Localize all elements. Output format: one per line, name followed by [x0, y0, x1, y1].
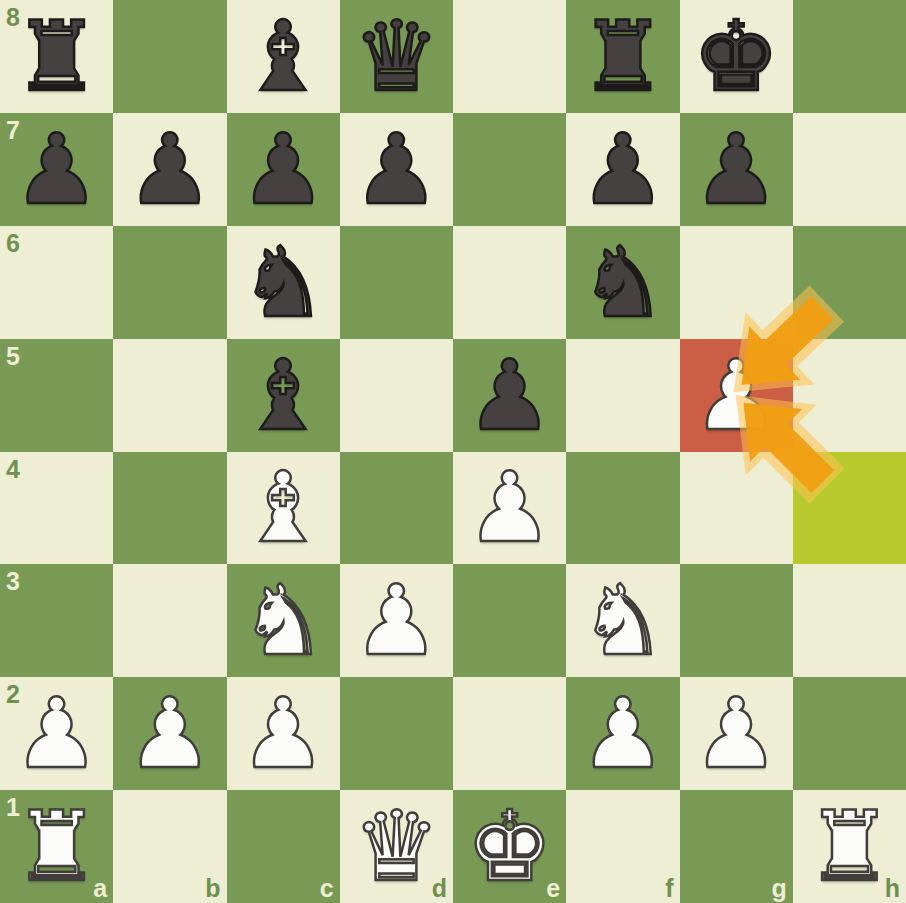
square-d4[interactable] [340, 452, 453, 565]
piece-white-bishop[interactable]: ♝ [227, 452, 340, 565]
square-d8[interactable]: ♛ [340, 0, 453, 113]
piece-black-knight[interactable]: ♞ [566, 226, 679, 339]
piece-white-pawn[interactable]: ♟ [340, 564, 453, 677]
piece-white-pawn[interactable]: ♟ [453, 452, 566, 565]
chess-board: 8♜♝♛♜♚7♟♟♟♟♟♟6♞♞5♝♟♟4♝♟3♞♟♞2♟♟♟♟♟1a♜bcd♛… [0, 0, 906, 903]
file-label-c: c [320, 876, 334, 901]
piece-black-bishop[interactable]: ♝ [227, 0, 340, 113]
square-f3[interactable]: ♞ [566, 564, 679, 677]
square-c3[interactable]: ♞ [227, 564, 340, 677]
square-c7[interactable]: ♟ [227, 113, 340, 226]
square-e5[interactable]: ♟ [453, 339, 566, 452]
square-a1[interactable]: 1a♜ [0, 790, 113, 903]
square-a7[interactable]: 7♟ [0, 113, 113, 226]
piece-black-bishop[interactable]: ♝ [227, 339, 340, 452]
square-d5[interactable] [340, 339, 453, 452]
piece-black-pawn[interactable]: ♟ [566, 113, 679, 226]
square-a6[interactable]: 6 [0, 226, 113, 339]
rank-label-5: 5 [6, 344, 20, 369]
square-e2[interactable] [453, 677, 566, 790]
square-d3[interactable]: ♟ [340, 564, 453, 677]
square-a8[interactable]: 8♜ [0, 0, 113, 113]
piece-white-pawn[interactable]: ♟ [566, 677, 679, 790]
square-g8[interactable]: ♚ [680, 0, 793, 113]
square-e8[interactable] [453, 0, 566, 113]
piece-black-pawn[interactable]: ♟ [113, 113, 226, 226]
square-f6[interactable]: ♞ [566, 226, 679, 339]
piece-white-knight[interactable]: ♞ [566, 564, 679, 677]
file-label-f: f [665, 876, 673, 901]
square-b5[interactable] [113, 339, 226, 452]
square-c8[interactable]: ♝ [227, 0, 340, 113]
piece-black-king[interactable]: ♚ [680, 0, 793, 113]
square-a5[interactable]: 5 [0, 339, 113, 452]
piece-black-pawn[interactable]: ♟ [227, 113, 340, 226]
rank-label-3: 3 [6, 569, 20, 594]
square-h4[interactable] [793, 452, 906, 565]
square-b8[interactable] [113, 0, 226, 113]
file-label-g: g [771, 876, 786, 901]
square-g2[interactable]: ♟ [680, 677, 793, 790]
square-e6[interactable] [453, 226, 566, 339]
square-e4[interactable]: ♟ [453, 452, 566, 565]
piece-white-pawn[interactable]: ♟ [113, 677, 226, 790]
square-f4[interactable] [566, 452, 679, 565]
square-e7[interactable] [453, 113, 566, 226]
piece-white-pawn[interactable]: ♟ [227, 677, 340, 790]
square-d2[interactable] [340, 677, 453, 790]
piece-black-rook[interactable]: ♜ [566, 0, 679, 113]
square-b7[interactable]: ♟ [113, 113, 226, 226]
piece-black-knight[interactable]: ♞ [227, 226, 340, 339]
square-e3[interactable] [453, 564, 566, 677]
file-label-d: d [432, 876, 447, 901]
rank-label-7: 7 [6, 118, 20, 143]
rank-label-8: 8 [6, 5, 20, 30]
square-g1[interactable]: g [680, 790, 793, 903]
rank-label-4: 4 [6, 457, 20, 482]
piece-white-pawn[interactable]: ♟ [680, 677, 793, 790]
square-g7[interactable]: ♟ [680, 113, 793, 226]
square-h6[interactable] [793, 226, 906, 339]
square-d6[interactable] [340, 226, 453, 339]
file-label-a: a [93, 876, 107, 901]
square-d1[interactable]: d♛ [340, 790, 453, 903]
square-b2[interactable]: ♟ [113, 677, 226, 790]
square-a3[interactable]: 3 [0, 564, 113, 677]
square-b1[interactable]: b [113, 790, 226, 903]
piece-white-knight[interactable]: ♞ [227, 564, 340, 677]
rank-label-2: 2 [6, 682, 20, 707]
square-d7[interactable]: ♟ [340, 113, 453, 226]
square-b6[interactable] [113, 226, 226, 339]
square-g3[interactable] [680, 564, 793, 677]
square-c5[interactable]: ♝ [227, 339, 340, 452]
square-b4[interactable] [113, 452, 226, 565]
piece-white-pawn[interactable]: ♟ [680, 339, 793, 452]
file-label-b: b [205, 876, 220, 901]
rank-label-1: 1 [6, 795, 20, 820]
square-b3[interactable] [113, 564, 226, 677]
file-label-e: e [546, 876, 560, 901]
square-h1[interactable]: h♜ [793, 790, 906, 903]
square-a4[interactable]: 4 [0, 452, 113, 565]
square-f1[interactable]: f [566, 790, 679, 903]
square-g4[interactable] [680, 452, 793, 565]
square-h2[interactable] [793, 677, 906, 790]
square-f7[interactable]: ♟ [566, 113, 679, 226]
square-c6[interactable]: ♞ [227, 226, 340, 339]
square-f2[interactable]: ♟ [566, 677, 679, 790]
square-f5[interactable] [566, 339, 679, 452]
square-g5[interactable]: ♟ [680, 339, 793, 452]
square-h5[interactable] [793, 339, 906, 452]
square-h8[interactable] [793, 0, 906, 113]
square-h3[interactable] [793, 564, 906, 677]
file-label-h: h [885, 876, 900, 901]
square-h7[interactable] [793, 113, 906, 226]
square-c1[interactable]: c [227, 790, 340, 903]
square-c4[interactable]: ♝ [227, 452, 340, 565]
piece-black-pawn[interactable]: ♟ [680, 113, 793, 226]
square-a2[interactable]: 2♟ [0, 677, 113, 790]
piece-black-pawn[interactable]: ♟ [453, 339, 566, 452]
square-e1[interactable]: e♚ [453, 790, 566, 903]
rank-label-6: 6 [6, 231, 20, 256]
piece-black-pawn[interactable]: ♟ [340, 113, 453, 226]
square-f8[interactable]: ♜ [566, 0, 679, 113]
square-g6[interactable] [680, 226, 793, 339]
square-c2[interactable]: ♟ [227, 677, 340, 790]
piece-black-queen[interactable]: ♛ [340, 0, 453, 113]
